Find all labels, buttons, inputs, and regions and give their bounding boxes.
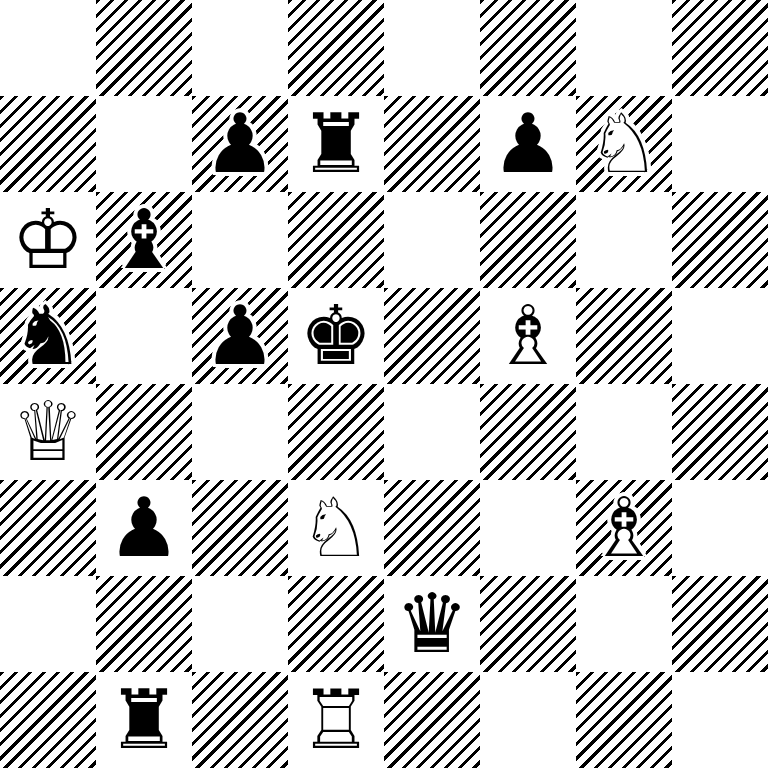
square-a2[interactable] xyxy=(0,576,96,672)
piece-white-queen[interactable]: ♛♕ xyxy=(0,384,96,480)
piece-glyph: ♚ xyxy=(288,288,384,384)
square-h7[interactable] xyxy=(672,96,768,192)
square-d2[interactable] xyxy=(288,576,384,672)
piece-black-bishop[interactable]: ♝♝ xyxy=(96,192,192,288)
piece-white-knight[interactable]: ♞♘ xyxy=(576,96,672,192)
piece-glyph: ♟ xyxy=(96,480,192,576)
piece-glyph: ♜ xyxy=(96,672,192,768)
square-f8[interactable] xyxy=(480,0,576,96)
square-b3[interactable]: ♟♟ xyxy=(96,480,192,576)
piece-glyph: ♘ xyxy=(576,96,672,192)
square-e2[interactable]: ♛♛ xyxy=(384,576,480,672)
piece-glyph: ♕ xyxy=(0,384,96,480)
piece-black-pawn[interactable]: ♟♟ xyxy=(192,96,288,192)
square-f6[interactable] xyxy=(480,192,576,288)
square-c1[interactable] xyxy=(192,672,288,768)
square-h5[interactable] xyxy=(672,288,768,384)
square-f1[interactable] xyxy=(480,672,576,768)
square-a1[interactable] xyxy=(0,672,96,768)
piece-glyph: ♘ xyxy=(288,480,384,576)
square-c4[interactable] xyxy=(192,384,288,480)
piece-glyph: ♗ xyxy=(480,288,576,384)
square-b1[interactable]: ♜♜ xyxy=(96,672,192,768)
piece-white-king[interactable]: ♚♔ xyxy=(0,192,96,288)
square-h3[interactable] xyxy=(672,480,768,576)
square-c8[interactable] xyxy=(192,0,288,96)
square-d5[interactable]: ♚♚ xyxy=(288,288,384,384)
square-c7[interactable]: ♟♟ xyxy=(192,96,288,192)
square-f7[interactable]: ♟♟ xyxy=(480,96,576,192)
square-c2[interactable] xyxy=(192,576,288,672)
piece-glyph: ♖ xyxy=(288,672,384,768)
square-d4[interactable] xyxy=(288,384,384,480)
square-h8[interactable] xyxy=(672,0,768,96)
square-a7[interactable] xyxy=(0,96,96,192)
piece-glyph: ♟ xyxy=(192,288,288,384)
square-b6[interactable]: ♝♝ xyxy=(96,192,192,288)
square-g1[interactable] xyxy=(576,672,672,768)
square-d7[interactable]: ♜♜ xyxy=(288,96,384,192)
square-e3[interactable] xyxy=(384,480,480,576)
square-h1[interactable] xyxy=(672,672,768,768)
square-c5[interactable]: ♟♟ xyxy=(192,288,288,384)
square-h6[interactable] xyxy=(672,192,768,288)
square-g6[interactable] xyxy=(576,192,672,288)
square-f3[interactable] xyxy=(480,480,576,576)
square-e4[interactable] xyxy=(384,384,480,480)
square-d6[interactable] xyxy=(288,192,384,288)
piece-glyph: ♟ xyxy=(192,96,288,192)
square-e5[interactable] xyxy=(384,288,480,384)
piece-white-bishop[interactable]: ♝♗ xyxy=(576,480,672,576)
piece-black-rook[interactable]: ♜♜ xyxy=(96,672,192,768)
square-b7[interactable] xyxy=(96,96,192,192)
square-g3[interactable]: ♝♗ xyxy=(576,480,672,576)
piece-black-rook[interactable]: ♜♜ xyxy=(288,96,384,192)
square-a8[interactable] xyxy=(0,0,96,96)
piece-black-king[interactable]: ♚♚ xyxy=(288,288,384,384)
square-e6[interactable] xyxy=(384,192,480,288)
square-e1[interactable] xyxy=(384,672,480,768)
piece-white-bishop[interactable]: ♝♗ xyxy=(480,288,576,384)
square-g4[interactable] xyxy=(576,384,672,480)
square-g2[interactable] xyxy=(576,576,672,672)
square-f4[interactable] xyxy=(480,384,576,480)
piece-white-rook[interactable]: ♜♖ xyxy=(288,672,384,768)
square-d3[interactable]: ♞♘ xyxy=(288,480,384,576)
square-g8[interactable] xyxy=(576,0,672,96)
square-a5[interactable]: ♞♞ xyxy=(0,288,96,384)
piece-white-knight[interactable]: ♞♘ xyxy=(288,480,384,576)
piece-glyph: ♝ xyxy=(96,192,192,288)
square-g7[interactable]: ♞♘ xyxy=(576,96,672,192)
piece-black-pawn[interactable]: ♟♟ xyxy=(96,480,192,576)
piece-glyph: ♛ xyxy=(384,576,480,672)
square-a4[interactable]: ♛♕ xyxy=(0,384,96,480)
piece-glyph: ♗ xyxy=(576,480,672,576)
piece-glyph: ♔ xyxy=(0,192,96,288)
square-b4[interactable] xyxy=(96,384,192,480)
square-g5[interactable] xyxy=(576,288,672,384)
square-a3[interactable] xyxy=(0,480,96,576)
piece-black-pawn[interactable]: ♟♟ xyxy=(192,288,288,384)
square-e7[interactable] xyxy=(384,96,480,192)
square-d8[interactable] xyxy=(288,0,384,96)
piece-glyph: ♜ xyxy=(288,96,384,192)
square-h4[interactable] xyxy=(672,384,768,480)
square-c3[interactable] xyxy=(192,480,288,576)
piece-black-pawn[interactable]: ♟♟ xyxy=(480,96,576,192)
square-c6[interactable] xyxy=(192,192,288,288)
square-f5[interactable]: ♝♗ xyxy=(480,288,576,384)
square-f2[interactable] xyxy=(480,576,576,672)
square-a6[interactable]: ♚♔ xyxy=(0,192,96,288)
chess-board: ♟♟♜♜♟♟♞♘♚♔♝♝♞♞♟♟♚♚♝♗♛♕♟♟♞♘♝♗♛♛♜♜♜♖ xyxy=(0,0,768,768)
square-h2[interactable] xyxy=(672,576,768,672)
square-b8[interactable] xyxy=(96,0,192,96)
piece-black-knight[interactable]: ♞♞ xyxy=(0,288,96,384)
square-e8[interactable] xyxy=(384,0,480,96)
square-d1[interactable]: ♜♖ xyxy=(288,672,384,768)
piece-glyph: ♟ xyxy=(480,96,576,192)
square-b2[interactable] xyxy=(96,576,192,672)
piece-black-queen[interactable]: ♛♛ xyxy=(384,576,480,672)
piece-glyph: ♞ xyxy=(0,288,96,384)
square-b5[interactable] xyxy=(96,288,192,384)
